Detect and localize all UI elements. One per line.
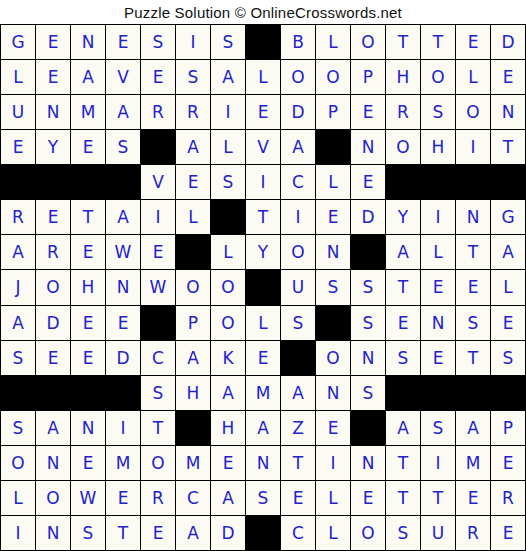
- letter-cell-r4c14: I: [456, 130, 490, 164]
- block-cell-r5c2: [36, 165, 70, 199]
- letter-cell-r10c3: E: [71, 341, 105, 375]
- letter-cell-r4c3: E: [71, 130, 105, 164]
- letter-cell-r6c2: E: [36, 200, 70, 234]
- letter-cell-r8c10: S: [316, 270, 350, 304]
- letter-cell-r6c12: Y: [386, 200, 420, 234]
- letter-cell-r3c11: E: [351, 95, 385, 129]
- letter-cell-r8c4: N: [106, 270, 140, 304]
- letter-cell-r6c8: T: [246, 200, 280, 234]
- letter-cell-r13c5: O: [141, 446, 175, 480]
- block-cell-r11c1: [1, 376, 35, 410]
- letter-cell-r3c1: U: [1, 95, 35, 129]
- letter-cell-r10c2: E: [36, 341, 70, 375]
- letter-cell-r4c6: A: [176, 130, 210, 164]
- letter-cell-r13c4: M: [106, 446, 140, 480]
- letter-cell-r2c3: A: [71, 60, 105, 94]
- letter-cell-r4c15: T: [491, 130, 525, 164]
- letter-cell-r12c14: A: [456, 411, 490, 445]
- letter-cell-r1c14: E: [456, 25, 490, 59]
- letter-cell-r14c15: R: [491, 481, 525, 515]
- letter-cell-r14c9: E: [281, 481, 315, 515]
- letter-cell-r13c14: M: [456, 446, 490, 480]
- letter-cell-r14c3: W: [71, 481, 105, 515]
- letter-cell-r8c3: H: [71, 270, 105, 304]
- letter-cell-r8c9: U: [281, 270, 315, 304]
- block-cell-r5c4: [106, 165, 140, 199]
- letter-cell-r6c13: I: [421, 200, 455, 234]
- letter-cell-r1c10: L: [316, 25, 350, 59]
- letter-cell-r7c1: A: [1, 235, 35, 269]
- letter-cell-r15c12: S: [386, 516, 420, 550]
- letter-cell-r2c14: L: [456, 60, 490, 94]
- block-cell-r11c13: [421, 376, 455, 410]
- letter-cell-r8c15: L: [491, 270, 525, 304]
- letter-cell-r1c12: T: [386, 25, 420, 59]
- letter-cell-r12c7: H: [211, 411, 245, 445]
- letter-cell-r8c7: O: [211, 270, 245, 304]
- block-cell-r11c4: [106, 376, 140, 410]
- letter-cell-r7c2: R: [36, 235, 70, 269]
- letter-cell-r3c7: I: [211, 95, 245, 129]
- letter-cell-r12c10: E: [316, 411, 350, 445]
- letter-cell-r2c11: P: [351, 60, 385, 94]
- letter-cell-r8c2: O: [36, 270, 70, 304]
- letter-cell-r9c13: N: [421, 306, 455, 340]
- block-cell-r10c9: [281, 341, 315, 375]
- letter-cell-r8c6: O: [176, 270, 210, 304]
- block-cell-r11c2: [36, 376, 70, 410]
- letter-cell-r2c12: H: [386, 60, 420, 94]
- letter-cell-r1c15: D: [491, 25, 525, 59]
- block-cell-r4c5: [141, 130, 175, 164]
- letter-cell-r5c7: S: [211, 165, 245, 199]
- letter-cell-r9c15: E: [491, 306, 525, 340]
- letter-cell-r7c12: A: [386, 235, 420, 269]
- letter-cell-r13c8: N: [246, 446, 280, 480]
- page-title: Puzzle Solution © OnlineCrosswords.net: [124, 4, 402, 21]
- letter-cell-r13c2: N: [36, 446, 70, 480]
- block-cell-r5c13: [421, 165, 455, 199]
- letter-cell-r4c11: N: [351, 130, 385, 164]
- letter-cell-r1c7: S: [211, 25, 245, 59]
- letter-cell-r14c5: R: [141, 481, 175, 515]
- letter-cell-r14c11: E: [351, 481, 385, 515]
- letter-cell-r13c11: N: [351, 446, 385, 480]
- letter-cell-r8c14: E: [456, 270, 490, 304]
- letter-cell-r11c11: S: [351, 376, 385, 410]
- letter-cell-r15c6: A: [176, 516, 210, 550]
- letter-cell-r5c5: V: [141, 165, 175, 199]
- block-cell-r1c8: [246, 25, 280, 59]
- letter-cell-r10c7: K: [211, 341, 245, 375]
- letter-cell-r9c8: L: [246, 306, 280, 340]
- letter-cell-r1c6: I: [176, 25, 210, 59]
- letter-cell-r14c13: T: [421, 481, 455, 515]
- letter-cell-r8c1: J: [1, 270, 35, 304]
- block-cell-r15c8: [246, 516, 280, 550]
- letter-cell-r3c5: R: [141, 95, 175, 129]
- crossword-grid: GENESISBLOTTEDLEAVESALOOPHOLEUNMARRIEDPE…: [0, 24, 526, 551]
- letter-cell-r13c9: T: [281, 446, 315, 480]
- letter-cell-r4c8: V: [246, 130, 280, 164]
- letter-cell-r7c7: L: [211, 235, 245, 269]
- letter-cell-r12c13: S: [421, 411, 455, 445]
- block-cell-r8c8: [246, 270, 280, 304]
- letter-cell-r6c3: T: [71, 200, 105, 234]
- letter-cell-r12c3: N: [71, 411, 105, 445]
- letter-cell-r14c4: E: [106, 481, 140, 515]
- letter-cell-r13c13: I: [421, 446, 455, 480]
- letter-cell-r4c13: H: [421, 130, 455, 164]
- letter-cell-r14c12: T: [386, 481, 420, 515]
- block-cell-r12c11: [351, 411, 385, 445]
- letter-cell-r5c11: E: [351, 165, 385, 199]
- letter-cell-r15c2: N: [36, 516, 70, 550]
- letter-cell-r15c1: I: [1, 516, 35, 550]
- letter-cell-r11c5: S: [141, 376, 175, 410]
- letter-cell-r3c15: N: [491, 95, 525, 129]
- letter-cell-r14c6: C: [176, 481, 210, 515]
- letter-cell-r10c8: E: [246, 341, 280, 375]
- letter-cell-r8c12: T: [386, 270, 420, 304]
- letter-cell-r4c12: O: [386, 130, 420, 164]
- letter-cell-r13c1: O: [1, 446, 35, 480]
- block-cell-r6c7: [211, 200, 245, 234]
- letter-cell-r3c4: A: [106, 95, 140, 129]
- letter-cell-r5c9: C: [281, 165, 315, 199]
- letter-cell-r2c4: V: [106, 60, 140, 94]
- letter-cell-r14c7: A: [211, 481, 245, 515]
- letter-cell-r12c4: I: [106, 411, 140, 445]
- block-cell-r5c14: [456, 165, 490, 199]
- letter-cell-r10c5: C: [141, 341, 175, 375]
- letter-cell-r11c9: A: [281, 376, 315, 410]
- letter-cell-r9c11: S: [351, 306, 385, 340]
- letter-cell-r12c1: S: [1, 411, 35, 445]
- letter-cell-r15c10: L: [316, 516, 350, 550]
- title-bar: Puzzle Solution © OnlineCrosswords.net: [0, 0, 526, 24]
- letter-cell-r6c15: G: [491, 200, 525, 234]
- letter-cell-r6c9: I: [281, 200, 315, 234]
- letter-cell-r12c8: A: [246, 411, 280, 445]
- letter-cell-r8c5: W: [141, 270, 175, 304]
- letter-cell-r15c14: R: [456, 516, 490, 550]
- letter-cell-r15c13: U: [421, 516, 455, 550]
- letter-cell-r6c11: D: [351, 200, 385, 234]
- letter-cell-r5c6: E: [176, 165, 210, 199]
- letter-cell-r2c9: O: [281, 60, 315, 94]
- letter-cell-r10c13: E: [421, 341, 455, 375]
- letter-cell-r13c7: E: [211, 446, 245, 480]
- letter-cell-r4c9: A: [281, 130, 315, 164]
- letter-cell-r4c7: L: [211, 130, 245, 164]
- letter-cell-r2c5: E: [141, 60, 175, 94]
- block-cell-r5c15: [491, 165, 525, 199]
- letter-cell-r14c8: S: [246, 481, 280, 515]
- letter-cell-r6c5: I: [141, 200, 175, 234]
- letter-cell-r1c1: G: [1, 25, 35, 59]
- letter-cell-r9c1: A: [1, 306, 35, 340]
- letter-cell-r15c3: S: [71, 516, 105, 550]
- letter-cell-r15c15: E: [491, 516, 525, 550]
- letter-cell-r14c2: O: [36, 481, 70, 515]
- letter-cell-r10c1: S: [1, 341, 35, 375]
- block-cell-r7c11: [351, 235, 385, 269]
- letter-cell-r9c4: E: [106, 306, 140, 340]
- letter-cell-r9c7: O: [211, 306, 245, 340]
- letter-cell-r6c4: A: [106, 200, 140, 234]
- letter-cell-r15c7: D: [211, 516, 245, 550]
- letter-cell-r10c12: S: [386, 341, 420, 375]
- letter-cell-r7c10: N: [316, 235, 350, 269]
- letter-cell-r14c10: L: [316, 481, 350, 515]
- letter-cell-r3c14: O: [456, 95, 490, 129]
- letter-cell-r13c10: I: [316, 446, 350, 480]
- letter-cell-r12c5: T: [141, 411, 175, 445]
- letter-cell-r5c8: I: [246, 165, 280, 199]
- letter-cell-r2c10: O: [316, 60, 350, 94]
- letter-cell-r3c3: M: [71, 95, 105, 129]
- block-cell-r12c6: [176, 411, 210, 445]
- letter-cell-r7c13: L: [421, 235, 455, 269]
- letter-cell-r2c15: E: [491, 60, 525, 94]
- letter-cell-r2c2: E: [36, 60, 70, 94]
- letter-cell-r1c9: B: [281, 25, 315, 59]
- letter-cell-r4c1: E: [1, 130, 35, 164]
- letter-cell-r1c2: E: [36, 25, 70, 59]
- letter-cell-r12c12: A: [386, 411, 420, 445]
- letter-cell-r9c2: D: [36, 306, 70, 340]
- letter-cell-r8c11: S: [351, 270, 385, 304]
- letter-cell-r1c5: S: [141, 25, 175, 59]
- letter-cell-r6c1: R: [1, 200, 35, 234]
- letter-cell-r15c11: O: [351, 516, 385, 550]
- letter-cell-r1c13: T: [421, 25, 455, 59]
- letter-cell-r8c13: E: [421, 270, 455, 304]
- letter-cell-r13c12: T: [386, 446, 420, 480]
- letter-cell-r9c14: S: [456, 306, 490, 340]
- letter-cell-r14c14: E: [456, 481, 490, 515]
- letter-cell-r3c2: N: [36, 95, 70, 129]
- letter-cell-r9c9: S: [281, 306, 315, 340]
- letter-cell-r3c10: P: [316, 95, 350, 129]
- letter-cell-r1c11: O: [351, 25, 385, 59]
- letter-cell-r15c9: C: [281, 516, 315, 550]
- letter-cell-r7c15: A: [491, 235, 525, 269]
- letter-cell-r1c3: N: [71, 25, 105, 59]
- letter-cell-r7c5: E: [141, 235, 175, 269]
- letter-cell-r15c4: T: [106, 516, 140, 550]
- letter-cell-r2c8: L: [246, 60, 280, 94]
- block-cell-r11c15: [491, 376, 525, 410]
- letter-cell-r2c13: O: [421, 60, 455, 94]
- letter-cell-r12c9: Z: [281, 411, 315, 445]
- block-cell-r9c10: [316, 306, 350, 340]
- letter-cell-r3c6: R: [176, 95, 210, 129]
- block-cell-r7c6: [176, 235, 210, 269]
- letter-cell-r13c15: E: [491, 446, 525, 480]
- letter-cell-r14c1: L: [1, 481, 35, 515]
- letter-cell-r7c4: W: [106, 235, 140, 269]
- block-cell-r11c12: [386, 376, 420, 410]
- letter-cell-r13c3: E: [71, 446, 105, 480]
- letter-cell-r7c14: T: [456, 235, 490, 269]
- letter-cell-r11c7: A: [211, 376, 245, 410]
- letter-cell-r10c11: N: [351, 341, 385, 375]
- block-cell-r4c10: [316, 130, 350, 164]
- letter-cell-r9c12: E: [386, 306, 420, 340]
- letter-cell-r9c6: P: [176, 306, 210, 340]
- letter-cell-r3c9: D: [281, 95, 315, 129]
- letter-cell-r15c5: E: [141, 516, 175, 550]
- letter-cell-r12c2: A: [36, 411, 70, 445]
- letter-cell-r1c4: E: [106, 25, 140, 59]
- letter-cell-r10c15: S: [491, 341, 525, 375]
- letter-cell-r11c6: H: [176, 376, 210, 410]
- letter-cell-r2c6: S: [176, 60, 210, 94]
- letter-cell-r2c7: A: [211, 60, 245, 94]
- letter-cell-r7c9: O: [281, 235, 315, 269]
- letter-cell-r10c6: A: [176, 341, 210, 375]
- block-cell-r11c3: [71, 376, 105, 410]
- letter-cell-r6c10: E: [316, 200, 350, 234]
- letter-cell-r3c8: E: [246, 95, 280, 129]
- letter-cell-r7c8: Y: [246, 235, 280, 269]
- block-cell-r11c14: [456, 376, 490, 410]
- letter-cell-r3c13: S: [421, 95, 455, 129]
- letter-cell-r10c10: O: [316, 341, 350, 375]
- letter-cell-r4c4: S: [106, 130, 140, 164]
- letter-cell-r9c3: E: [71, 306, 105, 340]
- letter-cell-r7c3: E: [71, 235, 105, 269]
- letter-cell-r2c1: L: [1, 60, 35, 94]
- letter-cell-r3c12: R: [386, 95, 420, 129]
- letter-cell-r6c14: N: [456, 200, 490, 234]
- letter-cell-r5c10: L: [316, 165, 350, 199]
- letter-cell-r4c2: Y: [36, 130, 70, 164]
- block-cell-r9c5: [141, 306, 175, 340]
- letter-cell-r11c8: M: [246, 376, 280, 410]
- letter-cell-r12c15: P: [491, 411, 525, 445]
- letter-cell-r13c6: M: [176, 446, 210, 480]
- block-cell-r5c1: [1, 165, 35, 199]
- letter-cell-r6c6: L: [176, 200, 210, 234]
- block-cell-r5c12: [386, 165, 420, 199]
- letter-cell-r11c10: N: [316, 376, 350, 410]
- letter-cell-r10c14: T: [456, 341, 490, 375]
- block-cell-r5c3: [71, 165, 105, 199]
- letter-cell-r10c4: D: [106, 341, 140, 375]
